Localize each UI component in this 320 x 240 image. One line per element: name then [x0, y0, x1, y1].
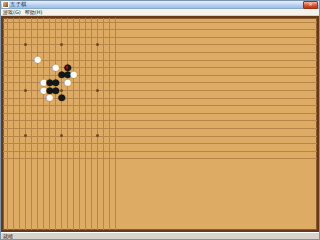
board-cell[interactable] [112, 18, 118, 26]
star-point-icon [24, 43, 27, 46]
star-point-icon [60, 43, 63, 46]
board-cell[interactable] [112, 147, 118, 155]
board-cell[interactable] [112, 56, 118, 64]
board-cell[interactable] [112, 41, 118, 49]
board-cell[interactable] [112, 49, 118, 57]
board-cell[interactable] [112, 140, 118, 148]
star-point-icon [96, 43, 99, 46]
menu-item-help[interactable]: 帮助(H) [25, 9, 43, 15]
board-cell[interactable] [112, 64, 118, 72]
board-inner: ●●●●●●●●●●●●●●● [3, 18, 120, 170]
board-cell[interactable] [112, 26, 118, 34]
star-point-icon [96, 89, 99, 92]
window-title: 五子棋 [10, 1, 120, 8]
board-cell[interactable] [112, 109, 118, 117]
board-cell[interactable] [112, 87, 118, 95]
star-point-icon [60, 134, 63, 137]
board: ●●●●●●●●●●●●●●● [1, 16, 120, 170]
board-grid: ●●●●●●●●●●●●●●● [4, 18, 118, 162]
board-cell[interactable] [112, 33, 118, 41]
menu-bar: 游戏(G) 帮助(H) [1, 9, 120, 16]
last-move-marker [66, 66, 69, 69]
board-cell[interactable] [112, 102, 118, 110]
board-cell[interactable] [112, 155, 118, 163]
star-point-icon [96, 134, 99, 137]
board-cell[interactable] [112, 125, 118, 133]
menu-item-game[interactable]: 游戏(G) [3, 9, 21, 15]
title-bar: 五子棋 × [1, 1, 120, 9]
board-cell[interactable] [112, 79, 118, 87]
board-cell[interactable] [112, 94, 118, 102]
board-cell[interactable] [112, 132, 118, 140]
board-cell[interactable] [112, 117, 118, 125]
app-icon [2, 1, 9, 8]
star-point-icon [24, 134, 27, 137]
app-window: 五子棋 × 游戏(G) 帮助(H) ●●●●●●●●●●●●●●● 就绪 [0, 0, 120, 170]
board-cell[interactable] [112, 71, 118, 79]
star-point-icon [24, 89, 27, 92]
star-point-icon [60, 89, 63, 92]
